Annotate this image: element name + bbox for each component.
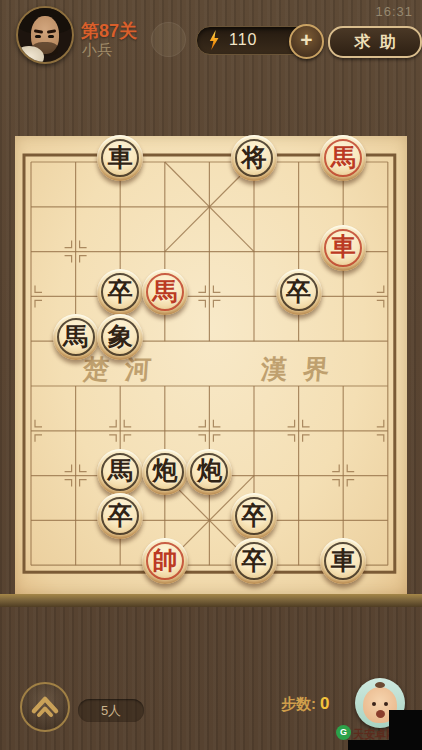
piece-black-卒[interactable]: 卒 bbox=[231, 538, 277, 584]
piece-black-馬[interactable]: 馬 bbox=[97, 449, 143, 495]
piece-black-馬[interactable]: 馬 bbox=[53, 314, 99, 360]
piece-black-卒[interactable]: 卒 bbox=[276, 269, 322, 315]
xiangqi-board[interactable]: 楚河 漢界 車将馬車卒馬卒馬象馬炮炮卒卒帥卒車 bbox=[15, 136, 407, 594]
steps-counter: 步数:0 bbox=[281, 694, 329, 714]
piece-black-車[interactable]: 車 bbox=[97, 135, 143, 181]
player-avatar[interactable] bbox=[16, 6, 74, 64]
piece-red-馬[interactable]: 馬 bbox=[320, 135, 366, 181]
app-screen: 16:31 第87关 小兵 110 + 求助 楚河 漢界 車将馬車卒馬卒馬象馬炮… bbox=[0, 0, 422, 750]
add-energy-button[interactable]: + bbox=[289, 24, 324, 59]
piece-black-将[interactable]: 将 bbox=[231, 135, 277, 181]
steps-value: 0 bbox=[320, 694, 329, 713]
rank-label: 小兵 bbox=[82, 41, 112, 60]
piece-black-炮[interactable]: 炮 bbox=[142, 449, 188, 495]
expand-button[interactable] bbox=[20, 682, 70, 732]
lightning-icon bbox=[207, 30, 221, 50]
board-front-trim bbox=[0, 594, 422, 607]
level-label: 第87关 bbox=[81, 19, 137, 43]
chevron-up-icon bbox=[22, 684, 68, 730]
piece-red-馬[interactable]: 馬 bbox=[142, 269, 188, 315]
watermark-logo-icon: G bbox=[336, 725, 351, 740]
board-grid bbox=[15, 136, 407, 598]
blackout-box bbox=[348, 740, 422, 750]
help-button[interactable]: 求助 bbox=[328, 26, 422, 58]
steps-label: 步数: bbox=[281, 695, 316, 712]
faded-circle-button[interactable] bbox=[151, 22, 186, 57]
spectators-count[interactable]: 5人 bbox=[78, 699, 144, 722]
status-clock: 16:31 bbox=[375, 4, 413, 19]
piece-red-帥[interactable]: 帥 bbox=[142, 538, 188, 584]
piece-black-炮[interactable]: 炮 bbox=[186, 449, 232, 495]
energy-value: 110 bbox=[229, 31, 258, 49]
piece-red-車[interactable]: 車 bbox=[320, 225, 366, 271]
